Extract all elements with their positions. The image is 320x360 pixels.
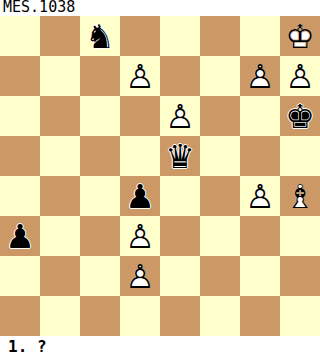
square-f8[interactable] (200, 16, 240, 56)
square-b2[interactable] (40, 256, 80, 296)
square-b3[interactable] (40, 216, 80, 256)
square-d7[interactable]: ♟♙ (120, 56, 160, 96)
square-a3[interactable]: ♟ (0, 216, 40, 256)
square-e3[interactable] (160, 216, 200, 256)
square-b1[interactable] (40, 296, 80, 336)
square-f7[interactable] (200, 56, 240, 96)
white-pawn[interactable]: ♟♙ (240, 176, 280, 216)
square-f3[interactable] (200, 216, 240, 256)
white-bishop[interactable]: ♝♗ (280, 176, 320, 216)
square-c2[interactable] (80, 256, 120, 296)
square-f1[interactable] (200, 296, 240, 336)
square-g4[interactable]: ♟♙ (240, 176, 280, 216)
white-pawn[interactable]: ♟♙ (240, 56, 280, 96)
square-d6[interactable] (120, 96, 160, 136)
square-h3[interactable] (280, 216, 320, 256)
square-a1[interactable] (0, 296, 40, 336)
square-g8[interactable] (240, 16, 280, 56)
white-pawn[interactable]: ♟♙ (120, 56, 160, 96)
square-c1[interactable] (80, 296, 120, 336)
pawn-outline: ♙ (125, 220, 155, 253)
square-g2[interactable] (240, 256, 280, 296)
square-c7[interactable] (80, 56, 120, 96)
square-h5[interactable] (280, 136, 320, 176)
pawn-outline: ♙ (125, 260, 155, 293)
square-g7[interactable]: ♟♙ (240, 56, 280, 96)
square-b5[interactable] (40, 136, 80, 176)
square-b8[interactable] (40, 16, 80, 56)
square-c6[interactable] (80, 96, 120, 136)
square-g1[interactable] (240, 296, 280, 336)
black-queen[interactable]: ♛ (160, 136, 200, 176)
square-h8[interactable]: ♚♔ (280, 16, 320, 56)
square-e5[interactable]: ♛ (160, 136, 200, 176)
square-d2[interactable]: ♟♙ (120, 256, 160, 296)
square-d1[interactable] (120, 296, 160, 336)
square-e6[interactable]: ♟♙ (160, 96, 200, 136)
square-f5[interactable] (200, 136, 240, 176)
pawn-glyph: ♟ (5, 220, 35, 253)
pawn-outline: ♙ (245, 60, 275, 93)
square-f6[interactable] (200, 96, 240, 136)
square-e7[interactable] (160, 56, 200, 96)
square-g3[interactable] (240, 216, 280, 256)
pawn-outline: ♙ (165, 100, 195, 133)
square-c5[interactable] (80, 136, 120, 176)
square-a6[interactable] (0, 96, 40, 136)
queen-glyph: ♛ (165, 140, 195, 173)
pawn-outline: ♙ (285, 60, 315, 93)
knight-glyph: ♞ (85, 20, 115, 53)
square-e1[interactable] (160, 296, 200, 336)
black-knight[interactable]: ♞ (80, 16, 120, 56)
chess-board: ♞♚♔♟♙♟♙♟♙♟♙♚♛♟♟♙♝♗♟♟♙♟♙ (0, 16, 320, 336)
white-pawn[interactable]: ♟♙ (120, 216, 160, 256)
square-h2[interactable] (280, 256, 320, 296)
king-outline: ♔ (285, 20, 315, 53)
white-pawn[interactable]: ♟♙ (120, 256, 160, 296)
square-a2[interactable] (0, 256, 40, 296)
square-d8[interactable] (120, 16, 160, 56)
black-pawn[interactable]: ♟ (0, 216, 40, 256)
square-c4[interactable] (80, 176, 120, 216)
move-prompt: 1. ? (0, 336, 320, 360)
square-c3[interactable] (80, 216, 120, 256)
square-c8[interactable]: ♞ (80, 16, 120, 56)
square-g5[interactable] (240, 136, 280, 176)
square-b7[interactable] (40, 56, 80, 96)
square-d3[interactable]: ♟♙ (120, 216, 160, 256)
square-d5[interactable] (120, 136, 160, 176)
black-king[interactable]: ♚ (280, 96, 320, 136)
pawn-glyph: ♟ (125, 180, 155, 213)
square-d4[interactable]: ♟ (120, 176, 160, 216)
square-e2[interactable] (160, 256, 200, 296)
square-f4[interactable] (200, 176, 240, 216)
square-a4[interactable] (0, 176, 40, 216)
square-a5[interactable] (0, 136, 40, 176)
white-pawn[interactable]: ♟♙ (160, 96, 200, 136)
chess-diagram-page: MES.1038 ♞♚♔♟♙♟♙♟♙♟♙♚♛♟♟♙♝♗♟♟♙♟♙ 1. ? (0, 0, 320, 360)
square-h7[interactable]: ♟♙ (280, 56, 320, 96)
bishop-outline: ♗ (285, 180, 315, 213)
square-h1[interactable] (280, 296, 320, 336)
white-pawn[interactable]: ♟♙ (280, 56, 320, 96)
square-b4[interactable] (40, 176, 80, 216)
puzzle-title: MES.1038 (0, 0, 320, 16)
square-a8[interactable] (0, 16, 40, 56)
pawn-outline: ♙ (125, 60, 155, 93)
black-pawn[interactable]: ♟ (120, 176, 160, 216)
white-king[interactable]: ♚♔ (280, 16, 320, 56)
square-h6[interactable]: ♚ (280, 96, 320, 136)
square-e4[interactable] (160, 176, 200, 216)
square-h4[interactable]: ♝♗ (280, 176, 320, 216)
square-f2[interactable] (200, 256, 240, 296)
square-e8[interactable] (160, 16, 200, 56)
square-a7[interactable] (0, 56, 40, 96)
square-g6[interactable] (240, 96, 280, 136)
square-b6[interactable] (40, 96, 80, 136)
king-glyph: ♚ (285, 100, 315, 133)
pawn-outline: ♙ (245, 180, 275, 213)
